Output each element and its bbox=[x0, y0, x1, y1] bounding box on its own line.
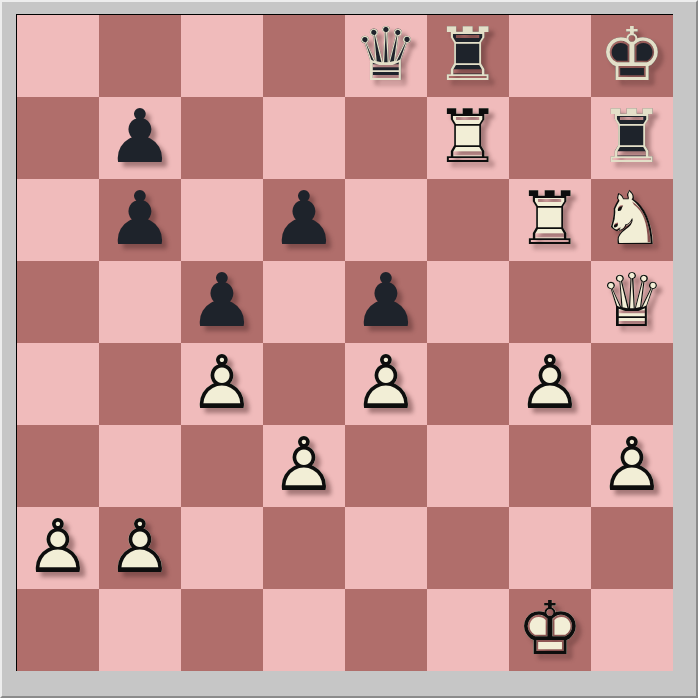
square-h5[interactable]: ♛♕ bbox=[591, 261, 673, 343]
square-d8[interactable] bbox=[263, 15, 345, 97]
square-c5[interactable]: ♟ bbox=[181, 261, 263, 343]
square-d2[interactable] bbox=[263, 507, 345, 589]
rook-glyph-outline: ♖ bbox=[509, 179, 591, 261]
square-a2[interactable]: ♟♙ bbox=[17, 507, 99, 589]
piece-black-pawn[interactable]: ♟ bbox=[99, 97, 181, 179]
square-b4[interactable] bbox=[99, 343, 181, 425]
square-g4[interactable]: ♟♙ bbox=[509, 343, 591, 425]
square-e5[interactable]: ♟ bbox=[345, 261, 427, 343]
square-g3[interactable] bbox=[509, 425, 591, 507]
square-c6[interactable] bbox=[181, 179, 263, 261]
square-b3[interactable] bbox=[99, 425, 181, 507]
square-f3[interactable] bbox=[427, 425, 509, 507]
pawn-glyph-outline: ♙ bbox=[509, 343, 591, 425]
square-g5[interactable] bbox=[509, 261, 591, 343]
pawn-glyph-fill: ♟ bbox=[181, 261, 263, 343]
square-c1[interactable] bbox=[181, 589, 263, 671]
square-f8[interactable]: ♜♖ bbox=[427, 15, 509, 97]
rook-glyph-outline: ♖ bbox=[591, 97, 673, 179]
square-e3[interactable] bbox=[345, 425, 427, 507]
square-c4[interactable]: ♟♙ bbox=[181, 343, 263, 425]
pawn-glyph-outline: ♙ bbox=[263, 425, 345, 507]
square-a3[interactable] bbox=[17, 425, 99, 507]
king-glyph-outline: ♔ bbox=[591, 15, 673, 97]
pawn-glyph-outline: ♙ bbox=[345, 343, 427, 425]
square-h2[interactable] bbox=[591, 507, 673, 589]
square-a7[interactable] bbox=[17, 97, 99, 179]
piece-black-king[interactable]: ♚♔ bbox=[591, 15, 673, 97]
square-e1[interactable] bbox=[345, 589, 427, 671]
piece-black-pawn[interactable]: ♟ bbox=[181, 261, 263, 343]
square-d5[interactable] bbox=[263, 261, 345, 343]
pawn-glyph-fill: ♟ bbox=[263, 179, 345, 261]
pawn-glyph-fill: ♟ bbox=[99, 179, 181, 261]
piece-black-queen[interactable]: ♛♕ bbox=[345, 15, 427, 97]
knight-glyph-outline: ♘ bbox=[591, 179, 673, 261]
square-f7[interactable]: ♜♖ bbox=[427, 97, 509, 179]
pawn-glyph-outline: ♙ bbox=[99, 507, 181, 589]
piece-white-rook[interactable]: ♜♖ bbox=[427, 97, 509, 179]
square-b1[interactable] bbox=[99, 589, 181, 671]
piece-white-pawn[interactable]: ♟♙ bbox=[99, 507, 181, 589]
pawn-glyph-outline: ♙ bbox=[181, 343, 263, 425]
square-g8[interactable] bbox=[509, 15, 591, 97]
square-h3[interactable]: ♟♙ bbox=[591, 425, 673, 507]
king-glyph-outline: ♔ bbox=[509, 589, 591, 671]
square-d6[interactable]: ♟ bbox=[263, 179, 345, 261]
square-h1[interactable] bbox=[591, 589, 673, 671]
square-a8[interactable] bbox=[17, 15, 99, 97]
square-e6[interactable] bbox=[345, 179, 427, 261]
piece-white-king[interactable]: ♚♔ bbox=[509, 589, 591, 671]
square-e7[interactable] bbox=[345, 97, 427, 179]
square-b6[interactable]: ♟ bbox=[99, 179, 181, 261]
square-d4[interactable] bbox=[263, 343, 345, 425]
piece-black-rook[interactable]: ♜♖ bbox=[591, 97, 673, 179]
piece-white-pawn[interactable]: ♟♙ bbox=[263, 425, 345, 507]
square-g6[interactable]: ♜♖ bbox=[509, 179, 591, 261]
pawn-glyph-outline: ♙ bbox=[17, 507, 99, 589]
square-b2[interactable]: ♟♙ bbox=[99, 507, 181, 589]
square-h6[interactable]: ♞♘ bbox=[591, 179, 673, 261]
square-a6[interactable] bbox=[17, 179, 99, 261]
square-c3[interactable] bbox=[181, 425, 263, 507]
pawn-glyph-fill: ♟ bbox=[345, 261, 427, 343]
square-h8[interactable]: ♚♔ bbox=[591, 15, 673, 97]
piece-black-pawn[interactable]: ♟ bbox=[345, 261, 427, 343]
square-e8[interactable]: ♛♕ bbox=[345, 15, 427, 97]
square-d3[interactable]: ♟♙ bbox=[263, 425, 345, 507]
piece-white-pawn[interactable]: ♟♙ bbox=[181, 343, 263, 425]
square-c8[interactable] bbox=[181, 15, 263, 97]
piece-white-pawn[interactable]: ♟♙ bbox=[17, 507, 99, 589]
square-f1[interactable] bbox=[427, 589, 509, 671]
piece-black-pawn[interactable]: ♟ bbox=[263, 179, 345, 261]
square-e4[interactable]: ♟♙ bbox=[345, 343, 427, 425]
queen-glyph-outline: ♕ bbox=[345, 15, 427, 97]
square-f6[interactable] bbox=[427, 179, 509, 261]
square-b8[interactable] bbox=[99, 15, 181, 97]
piece-white-pawn[interactable]: ♟♙ bbox=[509, 343, 591, 425]
square-g1[interactable]: ♚♔ bbox=[509, 589, 591, 671]
piece-white-pawn[interactable]: ♟♙ bbox=[345, 343, 427, 425]
square-d1[interactable] bbox=[263, 589, 345, 671]
square-a5[interactable] bbox=[17, 261, 99, 343]
piece-white-pawn[interactable]: ♟♙ bbox=[591, 425, 673, 507]
square-a1[interactable] bbox=[17, 589, 99, 671]
rook-glyph-outline: ♖ bbox=[427, 97, 509, 179]
piece-white-queen[interactable]: ♛♕ bbox=[591, 261, 673, 343]
pawn-glyph-fill: ♟ bbox=[99, 97, 181, 179]
square-e2[interactable] bbox=[345, 507, 427, 589]
square-a4[interactable] bbox=[17, 343, 99, 425]
square-g7[interactable] bbox=[509, 97, 591, 179]
rook-glyph-outline: ♖ bbox=[427, 15, 509, 97]
square-c2[interactable] bbox=[181, 507, 263, 589]
square-f4[interactable] bbox=[427, 343, 509, 425]
square-d7[interactable] bbox=[263, 97, 345, 179]
chess-board: ♛♕♜♖♚♔♟♜♖♜♖♟♟♜♖♞♘♟♟♛♕♟♙♟♙♟♙♟♙♟♙♟♙♟♙♚♔ bbox=[16, 14, 673, 671]
square-b7[interactable]: ♟ bbox=[99, 97, 181, 179]
queen-glyph-outline: ♕ bbox=[591, 261, 673, 343]
square-h4[interactable] bbox=[591, 343, 673, 425]
square-g2[interactable] bbox=[509, 507, 591, 589]
piece-white-rook[interactable]: ♜♖ bbox=[509, 179, 591, 261]
piece-white-knight[interactable]: ♞♘ bbox=[591, 179, 673, 261]
square-f5[interactable] bbox=[427, 261, 509, 343]
square-f2[interactable] bbox=[427, 507, 509, 589]
piece-black-pawn[interactable]: ♟ bbox=[99, 179, 181, 261]
piece-black-rook[interactable]: ♜♖ bbox=[427, 15, 509, 97]
square-h7[interactable]: ♜♖ bbox=[591, 97, 673, 179]
square-b5[interactable] bbox=[99, 261, 181, 343]
square-c7[interactable] bbox=[181, 97, 263, 179]
pawn-glyph-outline: ♙ bbox=[591, 425, 673, 507]
window-frame: ♛♕♜♖♚♔♟♜♖♜♖♟♟♜♖♞♘♟♟♛♕♟♙♟♙♟♙♟♙♟♙♟♙♟♙♚♔ bbox=[0, 0, 698, 698]
